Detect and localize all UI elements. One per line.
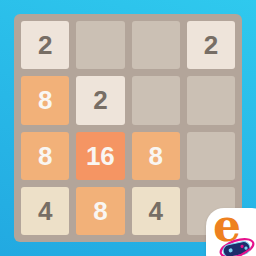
tile-8-r3c3: 8 [132, 132, 180, 180]
tile-8-r2c1: 8 [21, 76, 69, 124]
tile-4-r4c3: 4 [132, 187, 180, 235]
tile-8-r4c2: 8 [76, 187, 124, 235]
board-2048[interactable]: 22828168484 [14, 14, 242, 242]
tile-16-r3c2: 16 [76, 132, 124, 180]
logo-badge: e [206, 208, 256, 256]
tile-8-r3c1: 8 [21, 132, 69, 180]
gamepad-icon [217, 235, 256, 256]
tile-2-r1c4: 2 [187, 21, 235, 69]
empty-cell-r2c4 [187, 76, 235, 124]
empty-cell-r3c4 [187, 132, 235, 180]
empty-cell-r1c2 [76, 21, 124, 69]
tile-4-r4c1: 4 [21, 187, 69, 235]
empty-cell-r2c3 [132, 76, 180, 124]
game-screen: 22828168484 e [0, 0, 256, 256]
empty-cell-r1c3 [132, 21, 180, 69]
tile-2-r2c2: 2 [76, 76, 124, 124]
tile-2-r1c1: 2 [21, 21, 69, 69]
